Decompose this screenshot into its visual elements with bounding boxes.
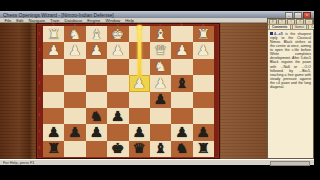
square-b6[interactable] (171, 108, 192, 124)
square-h2[interactable]: ♟ (43, 42, 64, 58)
square-d5[interactable] (129, 92, 150, 108)
rank-label-3: 3 (39, 65, 41, 68)
square-b5[interactable] (171, 92, 192, 108)
square-f8[interactable] (86, 141, 107, 157)
square-h8[interactable]: ♜ (43, 141, 64, 157)
black-king-e8: ♚ (111, 142, 124, 156)
square-g5[interactable] (64, 92, 85, 108)
white-bishop-c1: ♝ (154, 27, 167, 41)
rank-label-8: 8 (39, 147, 41, 150)
move-bullet-icon (270, 32, 273, 35)
square-g8[interactable] (64, 141, 85, 157)
status-bar: For Help, press F1 (0, 159, 314, 165)
white-pawn-f2: ♟ (90, 44, 103, 58)
white-pawn-e2: ♟ (111, 44, 124, 58)
square-a3[interactable] (193, 59, 214, 75)
square-f4[interactable] (86, 75, 107, 91)
black-pawn-b7: ♟ (175, 126, 188, 140)
white-pawn-c4: ♟ (154, 76, 167, 90)
black-knight-b8: ♞ (175, 142, 188, 156)
white-pawn-b2: ♟ (175, 44, 188, 58)
white-pawn-d4: ♟ (132, 76, 145, 90)
square-h4[interactable] (43, 75, 64, 91)
black-knight-f6: ♞ (90, 109, 103, 123)
rank-label-2: 2 (39, 49, 41, 52)
square-f5[interactable] (86, 92, 107, 108)
square-c6[interactable] (150, 108, 171, 124)
square-e6[interactable]: ♟ (107, 108, 128, 124)
rank-label-6: 6 (39, 114, 41, 117)
square-g7[interactable]: ♟ (64, 124, 85, 140)
square-d7[interactable]: ♟ (129, 124, 150, 140)
white-rook-a1: ♜ (197, 27, 210, 41)
square-a4[interactable] (193, 75, 214, 91)
square-e3[interactable] (107, 59, 128, 75)
white-king-e1: ♚ (111, 27, 124, 41)
white-knight-c3: ♞ (154, 60, 167, 74)
square-e5[interactable] (107, 92, 128, 108)
rank-label-4: 4 (39, 82, 41, 85)
move-arrow-d-file (138, 26, 141, 78)
comment-text-area[interactable]: 4...c5 is the sharpest reply to the Clas… (268, 30, 313, 158)
square-d8[interactable]: ♛ (129, 141, 150, 157)
black-pawn-g7: ♟ (68, 126, 81, 140)
square-f6[interactable]: ♞ (86, 108, 107, 124)
square-f1[interactable]: ♝ (86, 26, 107, 42)
square-a8[interactable]: ♜ (193, 141, 214, 157)
white-bishop-f1: ♝ (90, 27, 103, 41)
square-h1[interactable]: ♜ (43, 26, 64, 42)
menu-navigate[interactable]: Navigate (26, 18, 48, 23)
square-c7[interactable] (150, 124, 171, 140)
square-a6[interactable] (193, 108, 214, 124)
square-c5[interactable]: ♟ (150, 92, 171, 108)
white-pawn-a2: ♟ (197, 44, 210, 58)
black-pawn-f7: ♟ (90, 126, 103, 140)
square-a5[interactable] (193, 92, 214, 108)
square-c4[interactable]: ♟ (150, 75, 171, 91)
square-f7[interactable]: ♟ (86, 124, 107, 140)
white-knight-g1: ♞ (68, 27, 81, 41)
menu-engine[interactable]: Engine (85, 18, 103, 23)
square-g6[interactable] (64, 108, 85, 124)
rank-label-7: 7 (39, 131, 41, 134)
tab-games[interactable]: Games (292, 24, 308, 29)
black-pawn-e6: ♟ (111, 109, 124, 123)
square-e2[interactable]: ♟ (107, 42, 128, 58)
black-queen-d8: ♛ (132, 142, 145, 156)
move-arrow-origin-glow (136, 25, 143, 30)
square-d4[interactable]: ♟ (129, 75, 150, 91)
square-a7[interactable]: ♟ (193, 124, 214, 140)
square-c2[interactable]: ♛ (150, 42, 171, 58)
menu-window[interactable]: Window (103, 18, 123, 23)
square-c1[interactable]: ♝ (150, 26, 171, 42)
black-pawn-h7: ♟ (47, 126, 60, 140)
square-f3[interactable] (86, 59, 107, 75)
black-bishop-b4: ♝ (175, 76, 188, 90)
black-pawn-a7: ♟ (197, 126, 210, 140)
letterbox-right (314, 0, 320, 180)
status-resize-grip[interactable] (270, 161, 310, 166)
square-h5[interactable] (43, 92, 64, 108)
square-g1[interactable]: ♞ (64, 26, 85, 42)
square-e1[interactable]: ♚ (107, 26, 128, 42)
square-b2[interactable]: ♟ (171, 42, 192, 58)
status-text: For Help, press F1 (0, 161, 34, 165)
rank-label-1: 1 (39, 33, 41, 36)
square-c8[interactable]: ♝ (150, 141, 171, 157)
black-rook-a8: ♜ (197, 142, 210, 156)
white-pawn-g2: ♟ (68, 44, 81, 58)
white-pawn-h2: ♟ (47, 44, 60, 58)
square-c3[interactable]: ♞ (150, 59, 171, 75)
square-e8[interactable]: ♚ (107, 141, 128, 157)
black-rook-h8: ♜ (47, 142, 60, 156)
tab-comments[interactable]: Comments (269, 24, 291, 29)
square-g3[interactable] (64, 59, 85, 75)
square-e7[interactable] (107, 124, 128, 140)
menu-database[interactable]: Database (62, 18, 85, 23)
square-b8[interactable]: ♞ (171, 141, 192, 157)
square-b3[interactable] (171, 59, 192, 75)
menu-edit[interactable]: Edit (14, 18, 26, 23)
square-f2[interactable]: ♟ (86, 42, 107, 58)
square-g2[interactable]: ♟ (64, 42, 85, 58)
square-b7[interactable]: ♟ (171, 124, 192, 140)
square-d6[interactable] (129, 108, 150, 124)
menu-help[interactable]: Help (123, 18, 137, 23)
black-bishop-c8: ♝ (154, 142, 167, 156)
square-h3[interactable] (43, 59, 64, 75)
square-b1[interactable] (171, 26, 192, 42)
white-rook-h1: ♜ (47, 27, 60, 41)
opening-comment: is the sharpest reply to the Classical N… (270, 32, 311, 90)
black-pawn-d7: ♟ (132, 126, 145, 140)
square-g4[interactable] (64, 75, 85, 91)
chess-board: ♜♞♝♚♝♜♟♟♟♟♛♟♟♞♟♟♝♟♞♟♟♟♟♟♟♟♜♚♛♝♞♜ (43, 26, 214, 157)
video-frame: Chess Openings Wizard - [Nimzo-Indian De… (0, 0, 320, 180)
rank-label-5: 5 (39, 98, 41, 101)
notation-panel: |<<>>|+ CommentsGamesCandidates 4...c5 i… (267, 18, 314, 159)
square-h6[interactable] (43, 108, 64, 124)
square-e4[interactable] (107, 75, 128, 91)
square-h7[interactable]: ♟ (43, 124, 64, 140)
black-pawn-c5: ♟ (154, 93, 167, 107)
square-a2[interactable]: ♟ (193, 42, 214, 58)
square-b4[interactable]: ♝ (171, 75, 192, 91)
white-queen-c2: ♛ (154, 44, 167, 58)
menu-train[interactable]: Train (48, 18, 62, 23)
square-a1[interactable]: ♜ (193, 26, 214, 42)
menu-file[interactable]: File (2, 18, 14, 23)
